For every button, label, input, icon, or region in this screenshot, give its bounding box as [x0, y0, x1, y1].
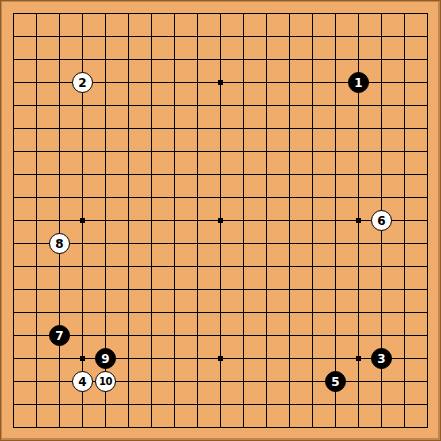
star-point [80, 218, 85, 223]
stone-black-9-E4: 9 [95, 348, 116, 369]
stone-white-8-C9: 8 [49, 233, 70, 254]
stone-white-4-D3: 4 [72, 371, 93, 392]
star-point [80, 356, 85, 361]
star-point [218, 356, 223, 361]
stone-black-7-C5: 7 [49, 325, 70, 346]
stone-white-2-D16: 2 [72, 72, 93, 93]
star-point [356, 218, 361, 223]
go-board: 12345678910 [0, 0, 441, 441]
star-point [356, 356, 361, 361]
stone-white-6-R10: 6 [371, 210, 392, 231]
stone-black-1-Q16: 1 [348, 72, 369, 93]
board-grid: 12345678910 [13, 13, 428, 428]
stone-black-3-R4: 3 [371, 348, 392, 369]
star-point [218, 218, 223, 223]
star-point [218, 80, 223, 85]
stone-white-10-E3: 10 [95, 371, 116, 392]
stone-black-5-P3: 5 [325, 371, 346, 392]
